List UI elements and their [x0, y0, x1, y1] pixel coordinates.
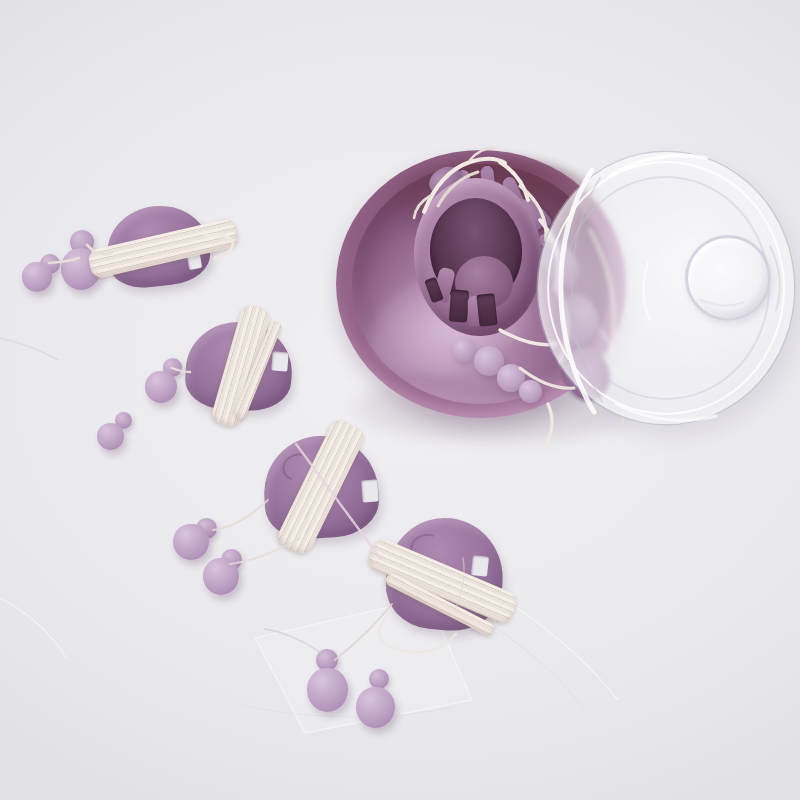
product-photo-scene [0, 0, 800, 800]
lid-highlights [0, 0, 800, 800]
